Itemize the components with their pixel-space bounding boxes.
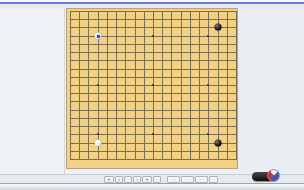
stone-black-R17[interactable] xyxy=(214,24,221,31)
title-bar xyxy=(0,0,304,8)
star-point xyxy=(207,133,209,135)
star-point xyxy=(152,84,154,86)
left-panel xyxy=(0,8,65,174)
star-point xyxy=(207,35,209,37)
toolbar-spacer xyxy=(0,179,104,180)
goban-overlay xyxy=(70,11,236,159)
toolbar-button-7[interactable]: · · xyxy=(181,176,194,183)
toolbar-button-3[interactable]: › xyxy=(133,176,141,183)
star-point xyxy=(97,133,99,135)
stone-white-D16[interactable] xyxy=(94,32,101,39)
toolbar-button-0[interactable]: « xyxy=(104,176,114,183)
last-move-marker xyxy=(97,35,100,38)
go-board[interactable] xyxy=(66,8,238,169)
bottom-taskbar xyxy=(0,183,304,190)
title-accent-line xyxy=(0,2,304,4)
toolbar-button-8[interactable]: · · xyxy=(195,176,208,183)
stone-black-R3[interactable] xyxy=(214,139,221,146)
toolbar-button-1[interactable]: ‹ xyxy=(115,176,123,183)
star-point xyxy=(152,133,154,135)
toolbar-button-6[interactable]: · · xyxy=(167,176,180,183)
toolbar-button-2[interactable]: · xyxy=(124,176,132,183)
toolbar-button-4[interactable]: » xyxy=(142,176,152,183)
toolbar-button-9[interactable]: · xyxy=(209,176,218,183)
app-logo-icon xyxy=(267,169,280,182)
app-window: «‹·›»·· ·· ·· ·· xyxy=(0,0,304,190)
stone-white-D3[interactable] xyxy=(94,139,101,146)
star-point xyxy=(152,35,154,37)
star-point xyxy=(97,84,99,86)
toolbar-button-5[interactable]: · xyxy=(153,176,161,183)
star-point xyxy=(207,84,209,86)
right-panel xyxy=(240,8,304,174)
